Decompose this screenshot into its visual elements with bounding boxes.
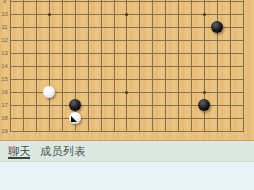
row-label: 9 — [0, 0, 9, 4]
chat-content-area — [0, 163, 254, 190]
row-label: 14 — [0, 63, 9, 69]
black-stone — [211, 21, 223, 33]
star-point — [203, 13, 206, 16]
row-label: 18 — [0, 115, 9, 121]
row-label: 11 — [0, 24, 9, 30]
white-stone — [43, 86, 55, 98]
row-label: 15 — [0, 76, 9, 82]
grid-line-horizontal — [10, 79, 244, 80]
star-point — [203, 91, 206, 94]
go-board[interactable]: 910111213141516171819 — [0, 0, 254, 141]
row-label: 10 — [0, 11, 9, 17]
row-label: 13 — [0, 50, 9, 56]
tab-members[interactable]: 成员列表 — [40, 141, 86, 162]
active-tab-underline — [8, 157, 30, 159]
bottom-tab-bar: 聊天 成员列表 — [0, 141, 254, 162]
last-move-marker-icon — [71, 116, 77, 122]
grid-line-horizontal — [10, 118, 244, 119]
row-label: 17 — [0, 102, 9, 108]
star-point — [48, 13, 51, 16]
app-screen: 910111213141516171819 聊天 成员列表 — [0, 0, 254, 190]
row-label: 12 — [0, 37, 9, 43]
row-label: 16 — [0, 89, 9, 95]
row-label: 19 — [0, 128, 9, 134]
grid-line-horizontal — [10, 40, 244, 41]
grid-line-horizontal — [10, 66, 244, 67]
grid-line-horizontal — [10, 27, 244, 28]
grid-line-horizontal — [10, 1, 244, 2]
black-stone — [198, 99, 210, 111]
black-stone — [69, 99, 81, 111]
grid-line-horizontal — [10, 131, 244, 132]
grid-line-horizontal — [10, 53, 244, 54]
white-stone — [69, 112, 81, 124]
